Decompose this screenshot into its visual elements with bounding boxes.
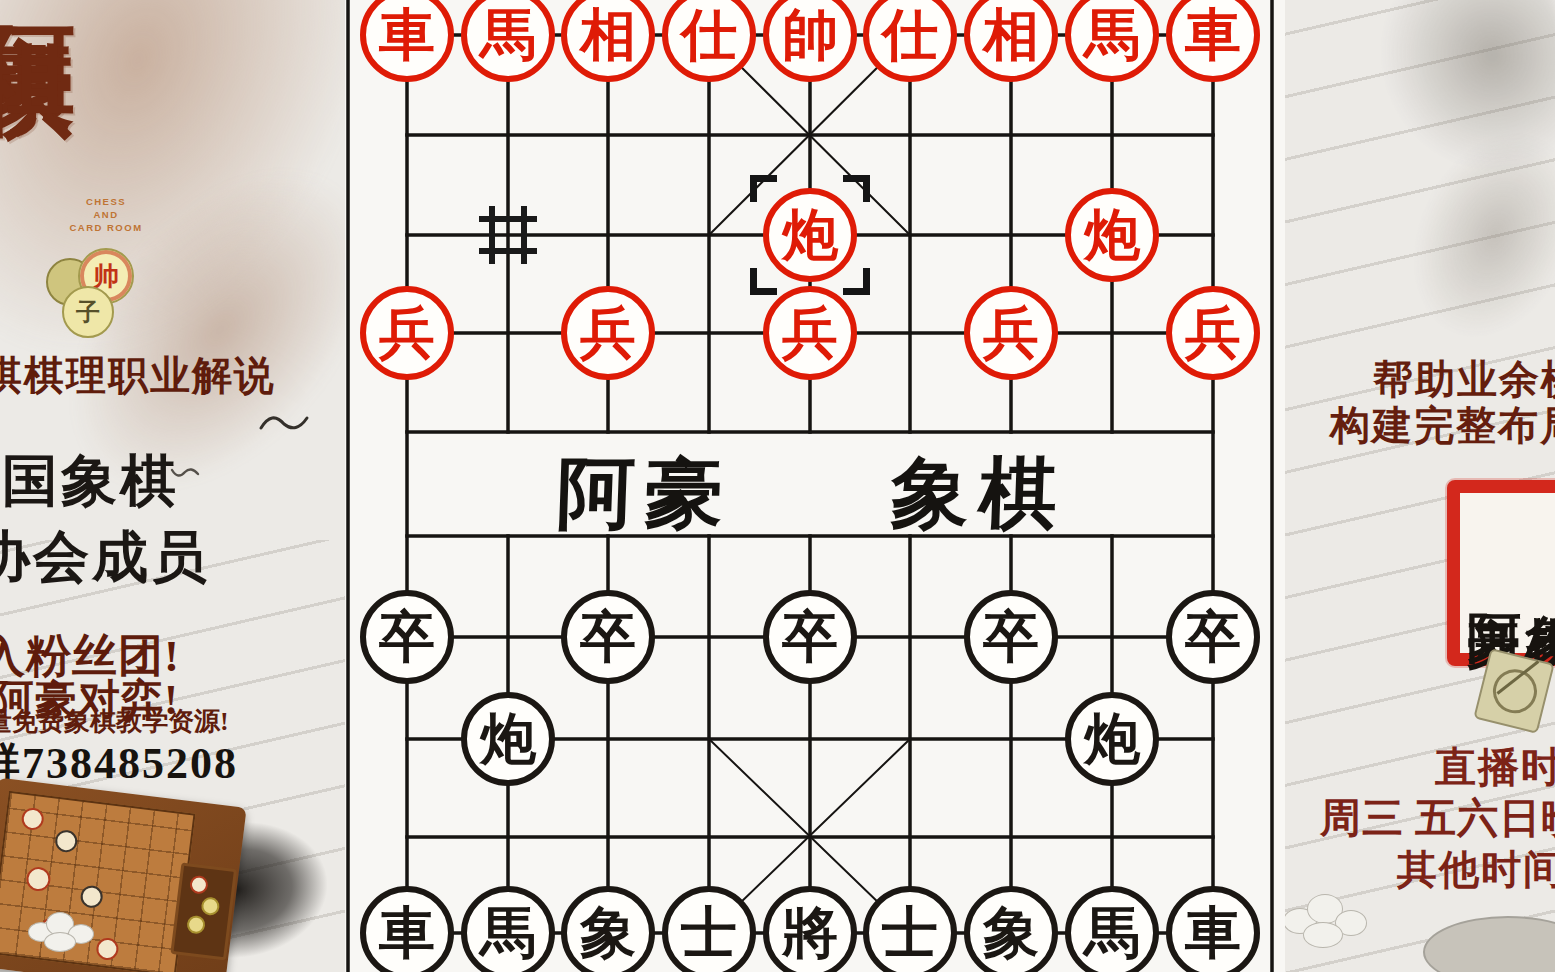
- photo-piece: [189, 875, 209, 895]
- lotus-flower-right: [1285, 886, 1371, 956]
- bird-icon-small: [170, 464, 200, 484]
- piece-black-車-f9r10[interactable]: 車: [1166, 886, 1260, 972]
- piece-black-象-f7r10[interactable]: 象: [964, 886, 1058, 972]
- board-grid: [345, 0, 1285, 972]
- logo-en-line2: AND: [64, 209, 148, 222]
- photo-piece: [200, 896, 220, 916]
- xiangqi-board: 阿豪 象棋 車馬相仕帥仕相馬車炮炮兵兵兵兵兵卒卒卒卒卒炮炮車馬象士將士象馬車: [345, 0, 1285, 972]
- piece-black-卒-f9r7[interactable]: 卒: [1166, 590, 1260, 684]
- org-line-2: 协会成员: [0, 520, 210, 596]
- piece-black-炮-f8r8[interactable]: 炮: [1065, 692, 1159, 786]
- seal-right-column: 象棋: [1525, 571, 1555, 575]
- left-sidebar: 阿豪棋 CHESS AND CARD ROOM 帅 子 棋棋理职业解说 国象棋 …: [0, 0, 345, 972]
- ahao-xiangqi-seal: 象棋 阿豪: [1447, 480, 1555, 666]
- video-frame: 阿豪棋 CHESS AND CARD ROOM 帅 子 棋棋理职业解说 国象棋 …: [0, 0, 1555, 972]
- qq-digits: 738485208: [22, 739, 238, 788]
- photo-piece-tray: [170, 862, 237, 960]
- help-line-2: 构建完整布局: [1330, 398, 1555, 453]
- live-time-title: 直播时: [1435, 740, 1555, 795]
- piece-black-炮-f2r8[interactable]: 炮: [461, 692, 555, 786]
- logo-piece-zi: 子: [62, 286, 114, 338]
- piece-red-兵-f3r4[interactable]: 兵: [561, 286, 655, 380]
- right-sidebar: 帮助业余棋 构建完整布局 象棋 阿豪 直播时 周三 五六日晚 其他时间: [1285, 0, 1555, 972]
- piece-black-士-f6r10[interactable]: 士: [863, 886, 957, 972]
- piece-black-卒-f5r7[interactable]: 卒: [763, 590, 857, 684]
- seal-left-column: 阿豪: [1467, 571, 1521, 575]
- piece-black-車-f1r10[interactable]: 車: [360, 886, 454, 972]
- river-text-left: 阿豪: [555, 442, 735, 547]
- piece-red-兵-f1r4[interactable]: 兵: [360, 286, 454, 380]
- bird-icon: [258, 408, 310, 438]
- selected-piece-brackets: [750, 175, 870, 295]
- live-time-other: 其他时间: [1397, 842, 1555, 897]
- logo-en-line1: CHESS: [64, 196, 148, 209]
- piece-black-馬-f8r10[interactable]: 馬: [1065, 886, 1159, 972]
- piece-black-象-f3r10[interactable]: 象: [561, 886, 655, 972]
- piece-red-兵-f7r4[interactable]: 兵: [964, 286, 1058, 380]
- live-time-days: 周三 五六日晚: [1320, 791, 1555, 846]
- river-text-right: 象棋: [889, 442, 1069, 547]
- piece-black-將-f5r10[interactable]: 將: [763, 886, 857, 972]
- piece-red-炮-f8r3[interactable]: 炮: [1065, 188, 1159, 282]
- tagline-commentary: 棋棋理职业解说: [0, 348, 276, 403]
- piece-black-卒-f3r7[interactable]: 卒: [561, 590, 655, 684]
- org-line-1: 国象棋: [2, 444, 179, 520]
- piece-red-兵-f5r4[interactable]: 兵: [763, 286, 857, 380]
- photo-piece: [186, 915, 206, 935]
- piece-black-卒-f1r7[interactable]: 卒: [360, 590, 454, 684]
- piece-black-卒-f7r7[interactable]: 卒: [964, 590, 1058, 684]
- logo-english-subtitle: CHESS AND CARD ROOM: [64, 196, 148, 234]
- logo-en-line3: CARD ROOM: [64, 222, 148, 235]
- move-origin-marker: [470, 197, 546, 273]
- piece-black-士-f4r10[interactable]: 士: [662, 886, 756, 972]
- piece-black-馬-f2r10[interactable]: 馬: [461, 886, 555, 972]
- piece-red-兵-f9r4[interactable]: 兵: [1166, 286, 1260, 380]
- lotus-flower: [28, 908, 98, 958]
